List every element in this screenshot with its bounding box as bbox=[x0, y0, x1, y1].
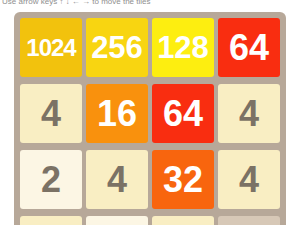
tile-64: 64 bbox=[152, 84, 214, 143]
tile-2: 2 bbox=[86, 216, 148, 225]
tile-1024: 1024 bbox=[20, 18, 82, 77]
tile-2: 2 bbox=[20, 150, 82, 209]
tile-4: 4 bbox=[218, 84, 280, 143]
board-2048[interactable]: 10242561286441664424324424 bbox=[14, 12, 286, 225]
tile-256: 256 bbox=[86, 18, 148, 77]
tile-32: 32 bbox=[152, 150, 214, 209]
game-screen: Use arrow keys ↑ ↓ ← → to move the tiles… bbox=[0, 0, 300, 225]
tile-16: 16 bbox=[86, 84, 148, 143]
tile-4: 4 bbox=[218, 150, 280, 209]
empty-cell bbox=[218, 216, 280, 225]
tile-128: 128 bbox=[152, 18, 214, 77]
tile-4: 4 bbox=[20, 84, 82, 143]
instruction-text: Use arrow keys ↑ ↓ ← → to move the tiles bbox=[2, 0, 151, 6]
tile-64: 64 bbox=[218, 18, 280, 77]
tile-4: 4 bbox=[152, 216, 214, 225]
tile-4: 4 bbox=[20, 216, 82, 225]
tile-4: 4 bbox=[86, 150, 148, 209]
